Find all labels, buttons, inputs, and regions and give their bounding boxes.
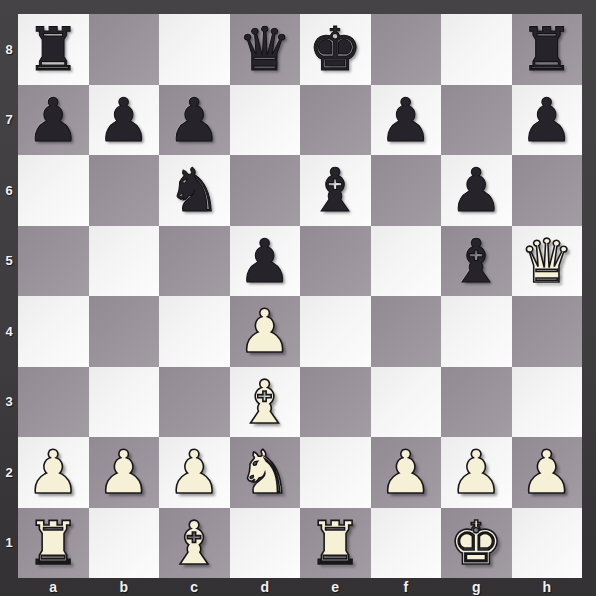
square-b7[interactable]: ♟ [89,85,160,156]
black-pawn-on-c7[interactable]: ♟ [167,85,221,156]
square-f7[interactable]: ♟ [371,85,442,156]
square-d7[interactable] [230,85,301,156]
file-label-f: f [371,578,442,596]
black-pawn-on-d5[interactable]: ♟ [238,226,292,297]
black-pawn-on-g6[interactable]: ♟ [449,155,503,226]
square-c1[interactable]: ♝ [159,508,230,579]
square-f4[interactable] [371,296,442,367]
white-bishop-on-d3[interactable]: ♝ [238,367,292,438]
square-a6[interactable] [18,155,89,226]
square-c7[interactable]: ♟ [159,85,230,156]
rank-label-6: 6 [0,155,18,226]
square-f2[interactable]: ♟ [371,437,442,508]
square-f8[interactable] [371,14,442,85]
square-g3[interactable] [441,367,512,438]
file-label-d: d [230,578,301,596]
square-g5[interactable]: ♝ [441,226,512,297]
square-a8[interactable]: ♜ [18,14,89,85]
square-h4[interactable] [512,296,583,367]
rank-label-5: 5 [0,226,18,297]
square-f5[interactable] [371,226,442,297]
square-f3[interactable] [371,367,442,438]
square-h8[interactable]: ♜ [512,14,583,85]
square-a2[interactable]: ♟ [18,437,89,508]
square-g2[interactable]: ♟ [441,437,512,508]
square-h2[interactable]: ♟ [512,437,583,508]
square-d2[interactable]: ♞ [230,437,301,508]
square-d3[interactable]: ♝ [230,367,301,438]
square-c6[interactable]: ♞ [159,155,230,226]
square-g4[interactable] [441,296,512,367]
square-e1[interactable]: ♜ [300,508,371,579]
file-label-a: a [18,578,89,596]
square-b6[interactable] [89,155,160,226]
square-e2[interactable] [300,437,371,508]
white-pawn-on-c2[interactable]: ♟ [167,437,221,508]
square-b2[interactable]: ♟ [89,437,160,508]
white-rook-on-e1[interactable]: ♜ [308,508,362,579]
square-e7[interactable] [300,85,371,156]
square-d8[interactable]: ♛ [230,14,301,85]
square-a5[interactable] [18,226,89,297]
square-d5[interactable]: ♟ [230,226,301,297]
white-pawn-on-h2[interactable]: ♟ [520,437,574,508]
square-a1[interactable]: ♜ [18,508,89,579]
white-pawn-on-b2[interactable]: ♟ [97,437,151,508]
square-h3[interactable] [512,367,583,438]
square-b3[interactable] [89,367,160,438]
rank-label-4: 4 [0,296,18,367]
square-d1[interactable] [230,508,301,579]
file-labels: abcdefgh [18,578,582,596]
white-queen-on-h5[interactable]: ♛ [520,226,574,297]
square-e6[interactable]: ♝ [300,155,371,226]
square-a7[interactable]: ♟ [18,85,89,156]
rank-label-1: 1 [0,508,18,579]
rank-labels: 87654321 [0,14,18,578]
white-knight-on-d2[interactable]: ♞ [238,437,292,508]
square-b4[interactable] [89,296,160,367]
file-label-g: g [441,578,512,596]
file-label-b: b [89,578,160,596]
black-pawn-on-f7[interactable]: ♟ [379,85,433,156]
black-pawn-on-h7[interactable]: ♟ [520,85,574,156]
file-label-h: h [512,578,583,596]
square-e3[interactable] [300,367,371,438]
white-pawn-on-f2[interactable]: ♟ [379,437,433,508]
square-h7[interactable]: ♟ [512,85,583,156]
square-g1[interactable]: ♚ [441,508,512,579]
white-pawn-on-g2[interactable]: ♟ [449,437,503,508]
square-e8[interactable]: ♚ [300,14,371,85]
white-pawn-on-a2[interactable]: ♟ [26,437,80,508]
black-queen-on-d8[interactable]: ♛ [238,14,292,85]
square-c2[interactable]: ♟ [159,437,230,508]
square-d6[interactable] [230,155,301,226]
rank-label-3: 3 [0,367,18,438]
file-label-c: c [159,578,230,596]
square-a4[interactable] [18,296,89,367]
square-g6[interactable]: ♟ [441,155,512,226]
square-g7[interactable] [441,85,512,156]
white-king-on-g1[interactable]: ♚ [449,508,503,579]
file-label-e: e [300,578,371,596]
square-h1[interactable] [512,508,583,579]
rank-label-8: 8 [0,14,18,85]
black-pawn-on-a7[interactable]: ♟ [26,85,80,156]
square-b5[interactable] [89,226,160,297]
rank-label-2: 2 [0,437,18,508]
square-d4[interactable]: ♟ [230,296,301,367]
white-pawn-on-d4[interactable]: ♟ [238,296,292,367]
black-pawn-on-b7[interactable]: ♟ [97,85,151,156]
square-g8[interactable] [441,14,512,85]
black-knight-on-c6[interactable]: ♞ [167,155,221,226]
square-c8[interactable] [159,14,230,85]
black-rook-on-h8[interactable]: ♜ [520,14,574,85]
black-king-on-e8[interactable]: ♚ [308,14,362,85]
square-e4[interactable] [300,296,371,367]
white-bishop-on-c1[interactable]: ♝ [167,508,221,579]
rank-label-7: 7 [0,85,18,156]
square-e5[interactable] [300,226,371,297]
square-c5[interactable] [159,226,230,297]
black-bishop-on-g5[interactable]: ♝ [449,226,503,297]
square-f1[interactable] [371,508,442,579]
square-a3[interactable] [18,367,89,438]
square-b8[interactable] [89,14,160,85]
square-h5[interactable]: ♛ [512,226,583,297]
black-bishop-on-e6[interactable]: ♝ [308,155,362,226]
square-c4[interactable] [159,296,230,367]
chess-board: ♜♛♚♜♟♟♟♟♟♞♝♟♟♝♛♟♝♟♟♟♞♟♟♟♜♝♜♚ [18,14,582,578]
square-b1[interactable] [89,508,160,579]
square-f6[interactable] [371,155,442,226]
black-rook-on-a8[interactable]: ♜ [26,14,80,85]
board-frame: 87654321 ♜♛♚♜♟♟♟♟♟♞♝♟♟♝♛♟♝♟♟♟♞♟♟♟♜♝♜♚ ab… [0,0,596,596]
square-h6[interactable] [512,155,583,226]
white-rook-on-a1[interactable]: ♜ [26,508,80,579]
square-c3[interactable] [159,367,230,438]
